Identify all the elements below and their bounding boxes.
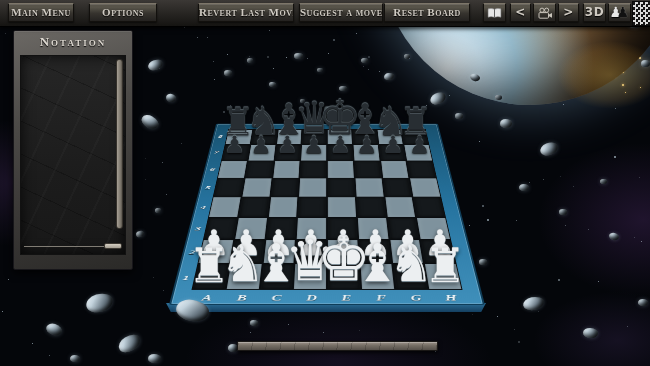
star [214,79,215,80]
star [514,329,515,330]
rank-label-6: 6 [206,167,219,172]
star [250,332,251,333]
square-f6[interactable] [354,161,381,178]
square-a5[interactable] [214,179,244,197]
file-label-h: H [435,293,467,302]
star [145,179,146,180]
main-menu-button[interactable]: Main Menu [8,3,74,22]
square-d6[interactable] [300,161,326,178]
file-label-c: C [261,293,291,302]
piece-black-pawn[interactable]: ♟ [250,133,272,157]
star [627,326,628,327]
square-h4[interactable] [414,197,445,217]
vertical-scrollbar[interactable] [116,59,123,229]
board-texture-swatch[interactable] [632,1,650,26]
previous-move-icon[interactable]: < [510,3,531,22]
asteroid [638,299,648,306]
star [588,229,589,230]
piece-black-pawn[interactable]: ♟ [224,133,246,157]
star [518,341,520,343]
asteroid [455,113,463,119]
star [213,61,214,62]
star [560,176,561,177]
star [363,66,364,67]
camera-icon[interactable] [533,3,556,22]
notation-panel: Notation [13,30,133,270]
star-cluster-glow [540,30,650,120]
rank-label-4: 4 [196,204,210,210]
app-window: ABCDEFGH 12345678 ♜♞♝♛♚♝♞♜♟♟♟♟♟♟♟♟♟♟♟♟♟♟… [0,0,650,366]
square-b4[interactable] [239,197,269,217]
star [184,27,185,28]
star [469,225,470,226]
star [368,69,369,70]
square-g4[interactable] [385,197,415,217]
next-move-icon[interactable]: > [558,3,579,22]
file-label-e: E [332,293,362,302]
star [487,219,489,221]
star [5,33,6,34]
asteroid [519,184,529,191]
square-c5[interactable] [271,179,299,197]
square-d5[interactable] [299,179,326,197]
file-label-d: D [296,293,326,302]
square-f5[interactable] [355,179,383,197]
file-label-f: F [366,293,396,302]
asteroid [317,68,323,72]
file-label-g: G [401,293,432,302]
star [328,53,329,54]
piece-black-pawn[interactable]: ♟ [409,133,431,157]
options-button[interactable]: Options [89,3,157,22]
star [449,95,450,96]
star [2,311,3,312]
star [368,56,370,58]
notation-title: Notation [14,31,132,53]
square-g5[interactable] [383,179,412,197]
star [565,225,566,226]
star [641,241,642,242]
asteroid [247,58,253,63]
star [267,56,269,58]
star [558,279,560,281]
square-b5[interactable] [242,179,271,197]
asteroid [479,259,487,265]
square-g6[interactable] [381,161,409,178]
asteroid [600,179,607,184]
horizontal-scroll-handle[interactable] [104,243,122,249]
star [207,37,208,38]
square-c6[interactable] [273,161,300,178]
star [573,186,574,187]
star [49,355,50,356]
asteroid [500,119,512,128]
view-3d-button[interactable]: 3D [583,3,606,22]
asteroid [495,95,502,100]
toolbar: Main MenuOptionsRevert Last MoveSuggest … [0,0,650,27]
square-a6[interactable] [218,161,247,178]
square-e5[interactable] [328,179,355,197]
star [516,220,517,221]
star [614,156,616,158]
asteroid [361,58,368,63]
revert-last-move-button[interactable]: Revert Last Move [198,3,294,22]
star [286,57,287,58]
piece-white-rook[interactable]: ♜ [424,242,466,289]
star [356,33,357,34]
piece-black-pawn[interactable]: ♟ [303,133,325,157]
piece-set-icon[interactable]: ♟♟ [608,3,631,22]
asteroid [148,354,161,363]
square-a4[interactable] [209,197,240,217]
star [273,68,274,69]
star [145,158,146,159]
star [379,71,380,72]
star [497,316,498,317]
star [181,143,182,144]
file-label-b: B [226,293,257,302]
star [227,54,228,55]
square-c4[interactable] [268,197,297,217]
star [529,182,530,183]
piece-black-pawn[interactable]: ♟ [382,133,404,157]
asteroid [404,54,410,59]
suggest-a-move-button[interactable]: Suggest a move [299,3,383,22]
asteroid [559,209,567,215]
asteroid [641,60,650,67]
star [163,290,164,291]
star [162,162,163,163]
asteroid [70,355,80,362]
star [634,237,635,238]
star [598,281,599,282]
reset-board-button[interactable]: Reset Board [384,3,470,22]
star [288,324,289,325]
square-h5[interactable] [410,179,440,197]
square-e4[interactable] [328,197,356,217]
square-b6[interactable] [245,161,273,178]
piece-black-pawn[interactable]: ♟ [329,133,351,157]
star [197,37,198,38]
star [8,279,9,280]
star [482,205,484,207]
asteroid [294,53,303,59]
square-d4[interactable] [298,197,326,217]
square-h6[interactable] [407,161,436,178]
star [472,314,473,315]
star [307,58,308,59]
asteroid [155,208,161,213]
star [639,177,640,178]
bottom-slider[interactable] [237,341,438,351]
rank-label-5: 5 [201,185,215,191]
square-f4[interactable] [356,197,385,217]
star [538,311,539,312]
star [166,194,167,195]
star [323,332,324,333]
star [479,141,480,142]
star [153,277,154,278]
star [269,30,270,31]
star [333,39,335,41]
notation-book-icon[interactable] [483,3,506,22]
star [543,179,544,180]
rank-label-7: 7 [210,150,222,155]
piece-black-pawn[interactable]: ♟ [277,133,299,157]
piece-black-pawn[interactable]: ♟ [356,133,378,157]
asteroid [224,70,232,76]
notation-move-list[interactable] [20,55,126,255]
square-e6[interactable] [328,161,354,178]
star [32,343,33,344]
star [359,330,360,331]
